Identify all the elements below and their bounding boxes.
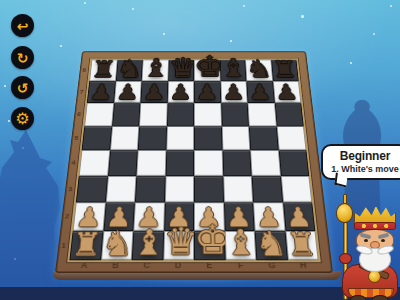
black-pawn-piece[interactable]: ♟ <box>246 83 274 102</box>
undo-button[interactable]: ↺ <box>11 76 34 99</box>
square-f6[interactable] <box>221 103 249 126</box>
square-e4[interactable] <box>194 150 223 175</box>
file-label-f: F <box>236 260 246 270</box>
square-d1[interactable]: ♛ <box>163 231 194 261</box>
white-knight-piece[interactable]: ♞ <box>101 228 134 259</box>
square-d4[interactable] <box>165 150 194 175</box>
board-scene: ♜♞♝♛♚♝♞♜♟♟♟♟♟♟♟♟♟♟♟♟♟♟♟♟♜♞♝♛♚♝♞♜ ABCDEFG… <box>55 48 333 273</box>
star <box>163 33 165 35</box>
undo-icon: ↺ <box>17 79 29 95</box>
star <box>60 45 62 47</box>
black-king-piece[interactable]: ♚ <box>194 54 220 80</box>
square-b2[interactable]: ♟ <box>103 202 135 230</box>
file-label-d: D <box>173 260 183 270</box>
rank-label-4: 4 <box>69 159 78 166</box>
restart-button[interactable]: ↻ <box>11 46 34 69</box>
square-e5[interactable] <box>194 126 222 150</box>
white-pawn-piece[interactable]: ♟ <box>103 205 135 230</box>
square-f1[interactable]: ♝ <box>224 231 256 261</box>
square-d8[interactable]: ♛ <box>168 60 194 81</box>
black-pawn-piece[interactable]: ♟ <box>87 83 115 102</box>
square-b3[interactable] <box>105 176 136 203</box>
square-g4[interactable] <box>250 150 280 175</box>
square-f3[interactable] <box>223 176 253 203</box>
rank-label-8: 8 <box>80 67 88 73</box>
square-c7[interactable]: ♟ <box>140 81 167 103</box>
black-pawn-piece[interactable]: ♟ <box>140 83 167 102</box>
square-c3[interactable] <box>135 176 165 203</box>
white-pawn-piece[interactable]: ♟ <box>253 205 285 230</box>
back-button[interactable]: ↩ <box>11 14 34 37</box>
square-h6[interactable] <box>274 103 303 126</box>
settings-button[interactable]: ⚙ <box>11 107 34 130</box>
file-label-b: B <box>110 260 121 270</box>
star <box>373 33 375 35</box>
square-d2[interactable]: ♟ <box>164 202 194 230</box>
square-c5[interactable] <box>138 126 167 150</box>
mascot-crown-band <box>354 222 396 230</box>
square-h3[interactable] <box>280 176 312 203</box>
scepter-orb <box>336 203 353 223</box>
square-h2[interactable]: ♟ <box>283 202 316 230</box>
square-g1[interactable]: ♞ <box>255 231 288 261</box>
star <box>390 5 392 7</box>
star <box>243 5 245 7</box>
square-a2[interactable]: ♟ <box>73 202 106 230</box>
chess-board: ♜♞♝♛♚♝♞♜♟♟♟♟♟♟♟♟♟♟♟♟♟♟♟♟♜♞♝♛♚♝♞♜ ABCDEFG… <box>55 51 333 273</box>
square-d5[interactable] <box>166 126 194 150</box>
square-g6[interactable] <box>248 103 277 126</box>
mascot-eye <box>381 239 385 242</box>
square-e7[interactable]: ♟ <box>194 81 221 103</box>
file-label-h: H <box>298 260 309 270</box>
star <box>230 40 232 42</box>
square-a7[interactable]: ♟ <box>87 81 116 103</box>
square-h5[interactable] <box>276 126 306 150</box>
star <box>301 15 304 18</box>
white-pawn-piece[interactable]: ♟ <box>283 205 315 230</box>
square-c4[interactable] <box>136 150 166 175</box>
mascot-eye <box>364 239 368 242</box>
square-g5[interactable] <box>249 126 278 150</box>
star <box>8 120 10 122</box>
black-bishop-piece[interactable]: ♝ <box>142 57 169 80</box>
mascot-shoe <box>372 295 388 300</box>
gear-icon: ⚙ <box>15 109 29 128</box>
white-pawn-piece[interactable]: ♟ <box>133 205 164 230</box>
square-f4[interactable] <box>222 150 252 175</box>
square-b6[interactable] <box>112 103 141 126</box>
star <box>350 62 352 64</box>
square-h4[interactable] <box>278 150 309 175</box>
rank-label-2: 2 <box>62 212 71 220</box>
black-pawn-piece[interactable]: ♟ <box>194 83 221 102</box>
restart-icon: ↻ <box>17 49 29 65</box>
white-pawn-piece[interactable]: ♟ <box>73 205 105 230</box>
square-d3[interactable] <box>164 176 194 203</box>
square-f5[interactable] <box>221 126 250 150</box>
white-knight-piece[interactable]: ♞ <box>255 228 288 259</box>
star <box>132 8 134 10</box>
rank-label-1: 1 <box>59 241 69 249</box>
back-arrow-icon: ↩ <box>17 17 29 33</box>
white-pawn-piece[interactable]: ♟ <box>224 205 255 230</box>
white-bishop-piece[interactable]: ♝ <box>224 227 256 259</box>
square-c2[interactable]: ♟ <box>133 202 164 230</box>
file-label-c: C <box>142 260 152 270</box>
black-queen-piece[interactable]: ♛ <box>168 56 194 80</box>
square-d6[interactable] <box>167 103 194 126</box>
mascot-hand <box>339 253 352 264</box>
star <box>84 2 86 4</box>
square-b5[interactable] <box>110 126 139 150</box>
square-b8[interactable]: ♞ <box>115 60 142 81</box>
square-b4[interactable] <box>108 150 138 175</box>
star <box>4 85 6 87</box>
square-a8[interactable]: ♜ <box>89 60 117 81</box>
black-rook-piece[interactable]: ♜ <box>89 59 117 80</box>
black-pawn-piece[interactable]: ♟ <box>167 83 194 102</box>
square-h1[interactable]: ♜ <box>285 231 319 261</box>
square-e2[interactable]: ♟ <box>194 202 224 230</box>
square-g8[interactable]: ♞ <box>245 60 272 81</box>
difficulty-label: Beginner <box>327 149 400 163</box>
white-rook-piece[interactable]: ♜ <box>70 230 104 259</box>
white-pawn-piece[interactable]: ♟ <box>194 205 224 230</box>
square-h7[interactable]: ♟ <box>273 81 302 103</box>
black-pawn-piece[interactable]: ♟ <box>273 83 301 102</box>
rank-label-3: 3 <box>66 185 75 193</box>
square-a5[interactable] <box>82 126 112 150</box>
square-f2[interactable]: ♟ <box>224 202 255 230</box>
square-c1[interactable]: ♝ <box>132 231 164 261</box>
square-a6[interactable] <box>84 103 113 126</box>
square-a4[interactable] <box>79 150 110 175</box>
square-f7[interactable]: ♟ <box>220 81 247 103</box>
rank-label-7: 7 <box>78 88 86 94</box>
white-pawn-piece[interactable]: ♟ <box>164 205 194 230</box>
square-g2[interactable]: ♟ <box>253 202 285 230</box>
square-h8[interactable]: ♜ <box>271 60 299 81</box>
square-g7[interactable]: ♟ <box>246 81 274 103</box>
white-bishop-piece[interactable]: ♝ <box>132 227 164 259</box>
square-d7[interactable]: ♟ <box>167 81 194 103</box>
square-c6[interactable] <box>139 103 167 126</box>
square-g3[interactable] <box>252 176 283 203</box>
mascot-shoe <box>350 295 366 300</box>
black-pawn-piece[interactable]: ♟ <box>114 83 142 102</box>
square-e8[interactable]: ♚ <box>194 60 220 81</box>
black-rook-piece[interactable]: ♜ <box>271 59 299 80</box>
white-rook-piece[interactable]: ♜ <box>285 230 319 259</box>
square-b1[interactable]: ♞ <box>101 231 134 261</box>
file-label-a: A <box>79 260 90 270</box>
square-e3[interactable] <box>194 176 224 203</box>
status-bubble: Beginner 1. White's move <box>321 144 400 180</box>
square-f8[interactable]: ♝ <box>220 60 247 81</box>
bubble-tail <box>334 172 347 187</box>
square-e1[interactable]: ♚ <box>194 231 225 261</box>
file-label-e: E <box>204 260 214 270</box>
square-c8[interactable]: ♝ <box>142 60 169 81</box>
black-pawn-piece[interactable]: ♟ <box>220 83 247 102</box>
white-queen-piece[interactable]: ♛ <box>163 225 194 259</box>
square-a3[interactable] <box>76 176 108 203</box>
square-e6[interactable] <box>194 103 221 126</box>
black-knight-piece[interactable]: ♞ <box>116 58 143 80</box>
black-bishop-piece[interactable]: ♝ <box>220 57 247 80</box>
rank-label-6: 6 <box>75 111 84 118</box>
black-knight-piece[interactable]: ♞ <box>245 58 272 80</box>
board-squares: ♜♞♝♛♚♝♞♜♟♟♟♟♟♟♟♟♟♟♟♟♟♟♟♟♜♞♝♛♚♝♞♜ <box>67 58 321 262</box>
rank-label-5: 5 <box>72 134 81 141</box>
file-label-g: G <box>267 260 278 270</box>
square-b7[interactable]: ♟ <box>114 81 142 103</box>
king-mascot <box>332 196 400 300</box>
square-a1[interactable]: ♜ <box>69 231 103 261</box>
app-background: ♜♞♝♛♚♝♞♜♟♟♟♟♟♟♟♟♟♟♟♟♟♟♟♟♜♞♝♛♚♝♞♜ ABCDEFG… <box>0 0 400 300</box>
